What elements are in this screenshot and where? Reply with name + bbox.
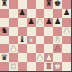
square-e3[interactable]	[36, 44, 45, 53]
square-g5[interactable]	[53, 27, 62, 36]
square-h2[interactable]	[62, 53, 71, 62]
square-e6[interactable]: ♟	[36, 18, 45, 27]
white-king-g1[interactable]: ♚	[54, 62, 61, 70]
square-c3[interactable]	[18, 44, 27, 53]
square-g1[interactable]: ♚	[53, 62, 62, 71]
square-c6[interactable]	[18, 18, 27, 27]
square-b8[interactable]	[9, 0, 18, 9]
square-c1[interactable]	[18, 62, 27, 71]
square-f8[interactable]: ♜	[44, 0, 53, 9]
square-a3[interactable]	[0, 44, 9, 53]
square-b3[interactable]: ♟	[9, 44, 18, 53]
black-queen-a2[interactable]: ♛	[1, 53, 8, 61]
square-a7[interactable]	[0, 9, 9, 18]
black-knight-a5[interactable]: ♞	[1, 27, 8, 35]
square-d5[interactable]	[27, 27, 36, 36]
white-pawn-e2[interactable]: ♟	[36, 53, 43, 61]
square-c5[interactable]	[18, 27, 27, 36]
square-h1[interactable]	[62, 62, 71, 71]
white-pawn-f2[interactable]: ♟	[45, 53, 52, 61]
square-a2[interactable]: ♛	[0, 53, 9, 62]
square-e8[interactable]	[36, 0, 45, 9]
square-h8[interactable]	[62, 0, 71, 9]
white-rook-f1[interactable]: ♜	[45, 62, 52, 70]
black-king-g8[interactable]: ♚	[54, 0, 61, 8]
square-h3[interactable]	[62, 44, 71, 53]
chess-diagram: ♜♜♚♟♟♟♟♟♟♞♟♝♛♝♟♟♛♟♟♜♜♚	[0, 0, 72, 72]
white-pawn-b3[interactable]: ♟	[10, 44, 17, 52]
square-d6[interactable]: ♟	[27, 18, 36, 27]
square-f3[interactable]	[44, 44, 53, 53]
square-f6[interactable]: ♟	[44, 18, 53, 27]
square-a6[interactable]	[0, 18, 9, 27]
square-h4[interactable]	[62, 36, 71, 45]
square-g4[interactable]: ♝	[53, 36, 62, 45]
square-e1[interactable]	[36, 62, 45, 71]
square-g2[interactable]	[53, 53, 62, 62]
square-e7[interactable]	[36, 9, 45, 18]
square-e5[interactable]	[36, 27, 45, 36]
square-a4[interactable]	[0, 36, 9, 45]
square-f7[interactable]	[44, 9, 53, 18]
square-h6[interactable]	[62, 18, 71, 27]
square-c4[interactable]: ♝	[18, 36, 27, 45]
square-c2[interactable]	[18, 53, 27, 62]
square-b6[interactable]	[9, 18, 18, 27]
square-g3[interactable]: ♟	[53, 44, 62, 53]
square-d1[interactable]	[27, 62, 36, 71]
chess-board: ♜♜♚♟♟♟♟♟♟♞♟♝♛♝♟♟♛♟♟♜♜♚	[0, 0, 72, 72]
white-queen-d4[interactable]: ♛	[27, 36, 34, 44]
black-pawn-h7[interactable]: ♟	[63, 9, 70, 17]
square-b7[interactable]	[9, 9, 18, 18]
square-a1[interactable]	[0, 62, 9, 71]
black-rook-f8[interactable]: ♜	[45, 0, 52, 8]
black-bishop-c4[interactable]: ♝	[19, 36, 26, 44]
square-g7[interactable]	[53, 9, 62, 18]
square-f1[interactable]: ♜	[44, 62, 53, 71]
square-d7[interactable]	[27, 9, 36, 18]
square-h5[interactable]: ♟	[62, 27, 71, 36]
square-b2[interactable]	[9, 53, 18, 62]
white-pawn-g3[interactable]: ♟	[54, 44, 61, 52]
square-a5[interactable]: ♞	[0, 27, 9, 36]
square-b4[interactable]	[9, 36, 18, 45]
white-pawn-e6[interactable]: ♟	[36, 18, 43, 26]
white-rook-b1[interactable]: ♜	[10, 62, 17, 70]
square-d8[interactable]	[27, 0, 36, 9]
square-d3[interactable]	[27, 44, 36, 53]
white-bishop-g4[interactable]: ♝	[54, 36, 61, 44]
square-f5[interactable]	[44, 27, 53, 36]
square-e4[interactable]	[36, 36, 45, 45]
square-f2[interactable]: ♟	[44, 53, 53, 62]
square-h7[interactable]: ♟	[62, 9, 71, 18]
square-e2[interactable]: ♟	[36, 53, 45, 62]
square-b5[interactable]	[9, 27, 18, 36]
square-g8[interactable]: ♚	[53, 0, 62, 9]
black-pawn-f6[interactable]: ♟	[45, 18, 52, 26]
black-pawn-d6[interactable]: ♟	[27, 18, 34, 26]
black-rook-a8[interactable]: ♜	[1, 0, 8, 8]
square-a8[interactable]: ♜	[0, 0, 9, 9]
square-b1[interactable]: ♜	[9, 62, 18, 71]
black-pawn-g6[interactable]: ♟	[54, 18, 61, 26]
square-d4[interactable]: ♛	[27, 36, 36, 45]
square-g6[interactable]: ♟	[53, 18, 62, 27]
white-pawn-h5[interactable]: ♟	[63, 27, 70, 35]
black-pawn-c7[interactable]: ♟	[19, 9, 26, 17]
square-d2[interactable]	[27, 53, 36, 62]
square-c8[interactable]	[18, 0, 27, 9]
square-c7[interactable]: ♟	[18, 9, 27, 18]
square-f4[interactable]	[44, 36, 53, 45]
